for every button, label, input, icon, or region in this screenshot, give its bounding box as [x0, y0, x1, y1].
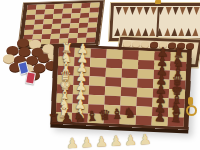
light-checker — [141, 41, 150, 47]
backgammon-point — [185, 28, 191, 36]
brass-clasp-icon — [155, 0, 161, 4]
backgammon-point — [165, 7, 171, 15]
backgammon-point — [150, 28, 156, 36]
dark-checker — [17, 38, 29, 48]
white-pawn-piece: ♟ — [80, 134, 95, 150]
backgammon-point — [136, 28, 142, 36]
brass-clasp-icon — [188, 97, 193, 105]
backgammon-point — [121, 28, 127, 36]
square: ♟ — [152, 116, 168, 126]
black-rook-piece: ♜ — [168, 110, 185, 127]
backgammon-point — [144, 7, 150, 15]
backgammon-point — [193, 7, 199, 15]
loose-light-pawns-row: ♟♟♟♟♟♟ — [66, 131, 154, 150]
backgammon-point — [171, 28, 177, 36]
black-pawn-piece: ♟ — [152, 109, 169, 126]
backgammon-point — [137, 7, 143, 15]
black-knight-piece: ♞ — [123, 104, 137, 121]
playing-cards — [19, 62, 43, 88]
backgammon-point — [178, 28, 184, 36]
backgammon-point — [130, 7, 136, 15]
backgammon-point — [172, 7, 178, 15]
square: ♜ — [168, 117, 184, 127]
backgammon-point — [192, 28, 198, 36]
backgammon-point — [128, 28, 134, 36]
backgammon-point — [122, 7, 128, 15]
brass-ring-icon — [186, 105, 197, 116]
backgammon-point — [143, 28, 149, 36]
backgammon-point — [179, 7, 185, 15]
white-pawn-piece: ♟ — [95, 133, 110, 150]
backgammon-board — [109, 3, 200, 41]
backgammon-point — [151, 7, 157, 15]
white-pawn-piece: ♟ — [124, 131, 139, 148]
backgammon-point — [114, 28, 120, 36]
product-photo-collage: ♜♟♟♜♞♟♟♞♝♟♟♝♛♟♟♛♚♟♟♚♝♟♟♝♞♟♟♞♜♟♟♜ ♜♟♞♝♛♝♞… — [0, 0, 200, 150]
backgammon-point — [164, 28, 170, 36]
white-pawn-piece: ♟ — [109, 132, 124, 149]
backgammon-point — [186, 7, 192, 15]
red-card — [25, 71, 36, 84]
square — [136, 116, 152, 126]
backgammon-point — [115, 7, 121, 15]
white-pawn-piece: ♟ — [66, 135, 81, 150]
white-pawn-piece: ♟ — [138, 131, 153, 148]
light-checker — [132, 41, 141, 47]
